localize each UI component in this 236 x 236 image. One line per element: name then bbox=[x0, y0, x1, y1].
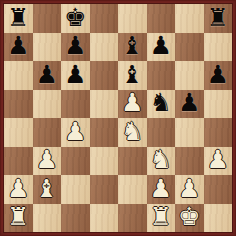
piece-white-knight[interactable]: ♞ bbox=[121, 119, 143, 144]
piece-white-rook[interactable]: ♜ bbox=[150, 204, 172, 229]
square-h3[interactable]: ♟ bbox=[204, 147, 233, 176]
square-d2[interactable] bbox=[90, 175, 119, 204]
piece-black-king[interactable]: ♚ bbox=[64, 5, 86, 30]
square-c5[interactable] bbox=[61, 90, 90, 119]
piece-white-pawn[interactable]: ♟ bbox=[36, 147, 58, 172]
piece-white-pawn[interactable]: ♟ bbox=[7, 176, 29, 201]
square-e4[interactable]: ♞ bbox=[118, 118, 147, 147]
square-e7[interactable]: ♝ bbox=[118, 33, 147, 62]
square-c3[interactable] bbox=[61, 147, 90, 176]
square-c6[interactable]: ♟ bbox=[61, 61, 90, 90]
square-c1[interactable] bbox=[61, 204, 90, 233]
square-d8[interactable] bbox=[90, 4, 119, 33]
square-e6[interactable]: ♝ bbox=[118, 61, 147, 90]
square-d3[interactable] bbox=[90, 147, 119, 176]
square-e2[interactable] bbox=[118, 175, 147, 204]
square-e8[interactable] bbox=[118, 4, 147, 33]
square-b3[interactable]: ♟ bbox=[33, 147, 62, 176]
square-a4[interactable] bbox=[4, 118, 33, 147]
piece-black-pawn[interactable]: ♟ bbox=[178, 90, 200, 115]
square-b6[interactable]: ♟ bbox=[33, 61, 62, 90]
piece-black-pawn[interactable]: ♟ bbox=[36, 62, 58, 87]
piece-white-rook[interactable]: ♜ bbox=[7, 204, 29, 229]
square-a8[interactable]: ♜ bbox=[4, 4, 33, 33]
piece-black-rook[interactable]: ♜ bbox=[7, 5, 29, 30]
piece-white-pawn[interactable]: ♟ bbox=[150, 176, 172, 201]
square-f4[interactable] bbox=[147, 118, 176, 147]
piece-black-bishop[interactable]: ♝ bbox=[121, 62, 143, 87]
piece-black-pawn[interactable]: ♟ bbox=[7, 33, 29, 58]
board-frame: ♜♚♜♟♟♝♟♟♟♝♟♟♞♟♟♞♟♞♟♟♝♟♟♜♜♚ bbox=[0, 0, 236, 236]
square-f3[interactable]: ♞ bbox=[147, 147, 176, 176]
square-g4[interactable] bbox=[175, 118, 204, 147]
piece-white-knight[interactable]: ♞ bbox=[150, 147, 172, 172]
square-d4[interactable] bbox=[90, 118, 119, 147]
square-d7[interactable] bbox=[90, 33, 119, 62]
square-c4[interactable]: ♟ bbox=[61, 118, 90, 147]
piece-black-rook[interactable]: ♜ bbox=[207, 5, 229, 30]
square-g1[interactable]: ♚ bbox=[175, 204, 204, 233]
square-b5[interactable] bbox=[33, 90, 62, 119]
piece-white-pawn[interactable]: ♟ bbox=[207, 147, 229, 172]
square-b7[interactable] bbox=[33, 33, 62, 62]
square-f7[interactable]: ♟ bbox=[147, 33, 176, 62]
square-h8[interactable]: ♜ bbox=[204, 4, 233, 33]
square-b4[interactable] bbox=[33, 118, 62, 147]
piece-black-pawn[interactable]: ♟ bbox=[207, 62, 229, 87]
piece-white-king[interactable]: ♚ bbox=[178, 204, 200, 229]
piece-black-pawn[interactable]: ♟ bbox=[64, 62, 86, 87]
square-a1[interactable]: ♜ bbox=[4, 204, 33, 233]
square-c2[interactable] bbox=[61, 175, 90, 204]
square-e3[interactable] bbox=[118, 147, 147, 176]
piece-black-knight[interactable]: ♞ bbox=[150, 90, 172, 115]
square-g6[interactable] bbox=[175, 61, 204, 90]
square-h2[interactable] bbox=[204, 175, 233, 204]
square-g7[interactable] bbox=[175, 33, 204, 62]
square-e5[interactable]: ♟ bbox=[118, 90, 147, 119]
square-f5[interactable]: ♞ bbox=[147, 90, 176, 119]
piece-white-pawn[interactable]: ♟ bbox=[64, 119, 86, 144]
square-f8[interactable] bbox=[147, 4, 176, 33]
square-g3[interactable] bbox=[175, 147, 204, 176]
square-c8[interactable]: ♚ bbox=[61, 4, 90, 33]
piece-white-pawn[interactable]: ♟ bbox=[178, 176, 200, 201]
square-g2[interactable]: ♟ bbox=[175, 175, 204, 204]
square-a5[interactable] bbox=[4, 90, 33, 119]
square-f2[interactable]: ♟ bbox=[147, 175, 176, 204]
piece-black-pawn[interactable]: ♟ bbox=[64, 33, 86, 58]
piece-white-bishop[interactable]: ♝ bbox=[36, 176, 58, 201]
square-a7[interactable]: ♟ bbox=[4, 33, 33, 62]
square-b2[interactable]: ♝ bbox=[33, 175, 62, 204]
piece-black-pawn[interactable]: ♟ bbox=[150, 33, 172, 58]
square-h1[interactable] bbox=[204, 204, 233, 233]
square-h6[interactable]: ♟ bbox=[204, 61, 233, 90]
square-c7[interactable]: ♟ bbox=[61, 33, 90, 62]
square-f1[interactable]: ♜ bbox=[147, 204, 176, 233]
square-g5[interactable]: ♟ bbox=[175, 90, 204, 119]
square-a2[interactable]: ♟ bbox=[4, 175, 33, 204]
square-h4[interactable] bbox=[204, 118, 233, 147]
square-h7[interactable] bbox=[204, 33, 233, 62]
square-h5[interactable] bbox=[204, 90, 233, 119]
square-d6[interactable] bbox=[90, 61, 119, 90]
square-e1[interactable] bbox=[118, 204, 147, 233]
square-a3[interactable] bbox=[4, 147, 33, 176]
square-b8[interactable] bbox=[33, 4, 62, 33]
piece-black-bishop[interactable]: ♝ bbox=[121, 33, 143, 58]
square-d5[interactable] bbox=[90, 90, 119, 119]
square-b1[interactable] bbox=[33, 204, 62, 233]
square-g8[interactable] bbox=[175, 4, 204, 33]
square-a6[interactable] bbox=[4, 61, 33, 90]
square-f6[interactable] bbox=[147, 61, 176, 90]
piece-white-pawn[interactable]: ♟ bbox=[121, 90, 143, 115]
chess-board: ♜♚♜♟♟♝♟♟♟♝♟♟♞♟♟♞♟♞♟♟♝♟♟♜♜♚ bbox=[4, 4, 232, 232]
square-d1[interactable] bbox=[90, 204, 119, 233]
